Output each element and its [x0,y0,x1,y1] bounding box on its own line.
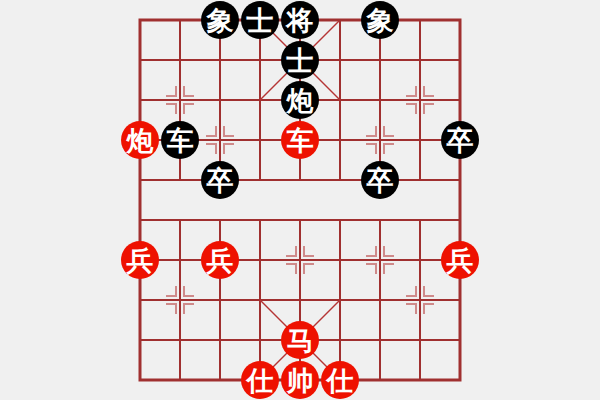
piece-red-soldier[interactable]: 兵 [441,241,479,279]
piece-red-advisor[interactable]: 仕 [241,361,279,399]
piece-black-chariot[interactable]: 车 [161,121,199,159]
piece-black-elephant[interactable]: 象 [361,1,399,39]
piece-black-soldier[interactable]: 卒 [201,161,239,199]
piece-red-chariot[interactable]: 车 [281,121,319,159]
xiangqi-board[interactable]: 象士将象士炮炮车车卒卒卒兵兵兵马仕帅仕 [120,0,480,400]
piece-red-advisor[interactable]: 仕 [321,361,359,399]
piece-black-advisor[interactable]: 士 [241,1,279,39]
piece-red-cannon[interactable]: 炮 [121,121,159,159]
piece-black-elephant[interactable]: 象 [201,1,239,39]
piece-black-cannon[interactable]: 炮 [281,81,319,119]
xiangqi-app-window: 象士将象士炮炮车车卒卒卒兵兵兵马仕帅仕 [0,0,600,400]
piece-red-general[interactable]: 帅 [281,361,319,399]
piece-black-soldier[interactable]: 卒 [441,121,479,159]
piece-red-soldier[interactable]: 兵 [121,241,159,279]
piece-red-soldier[interactable]: 兵 [201,241,239,279]
piece-red-horse[interactable]: 马 [281,321,319,359]
piece-black-soldier[interactable]: 卒 [361,161,399,199]
piece-black-general[interactable]: 将 [281,1,319,39]
piece-black-advisor[interactable]: 士 [281,41,319,79]
